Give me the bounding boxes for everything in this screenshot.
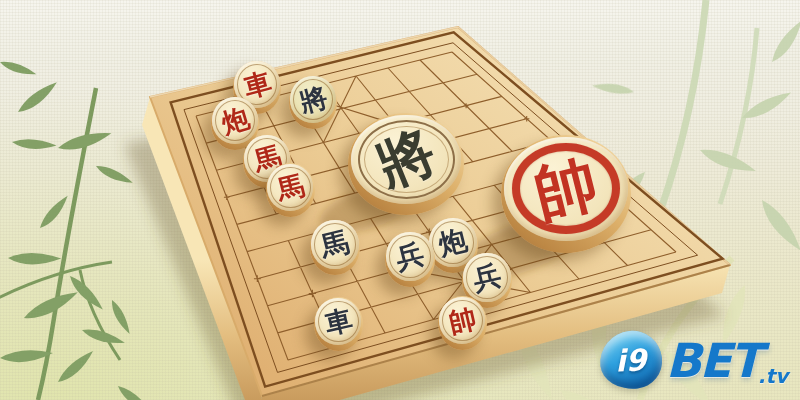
piece-ring: 帥 (442, 300, 483, 342)
piece-ring: 將 (293, 79, 333, 120)
banner: 車 將 炮 馬 將 馬 (0, 0, 800, 400)
piece-character: 炮 (218, 104, 252, 138)
piece-wood-rim: 馬 (310, 220, 360, 275)
piece-wood-rim: 將 (348, 113, 464, 215)
piece-wood-rim: 車 (314, 297, 363, 351)
logo-prefix: i9 (614, 342, 647, 379)
logo-name: BET (666, 333, 760, 388)
piece-character: 將 (296, 83, 329, 116)
piece-character: 帥 (446, 304, 478, 336)
piece-wood-rim: 兵 (385, 232, 435, 287)
logo-tld: .tv (758, 364, 788, 388)
piece-ring: 帥 (512, 143, 621, 234)
piece-black-general: 將 (289, 76, 337, 129)
piece-face: 馬 (311, 220, 359, 268)
piece-ring: 馬 (314, 223, 356, 266)
piece-face: 兵 (463, 253, 511, 301)
piece-ring: 將 (358, 120, 455, 199)
piece-wood-rim: 將 (289, 76, 337, 129)
piece-face: 將 (351, 115, 461, 205)
piece-giant-red-general: 帥 (501, 135, 631, 253)
piece-face: 帥 (504, 137, 628, 241)
piece-black-soldier-1: 兵 (385, 232, 435, 287)
piece-character: 帥 (528, 151, 603, 226)
piece-character: 車 (322, 305, 354, 337)
piece-face: 將 (290, 76, 336, 123)
logo-blob-icon: i9 (597, 328, 665, 392)
piece-face: 帥 (439, 297, 486, 345)
piece-red-horse-2: 馬 (266, 163, 315, 217)
piece-ring: 兵 (389, 235, 431, 278)
piece-character: 兵 (470, 261, 504, 295)
piece-ring: 馬 (270, 167, 311, 209)
piece-face: 兵 (386, 232, 434, 280)
piece-black-chariot: 車 (314, 297, 363, 351)
piece-wood-rim: 馬 (266, 163, 315, 217)
piece-red-general: 帥 (438, 296, 487, 350)
i9bet-logo[interactable]: i9 BET .tv (600, 324, 788, 396)
piece-giant-black-general: 將 (348, 113, 464, 215)
piece-face: 馬 (267, 164, 314, 212)
piece-character: 兵 (393, 240, 427, 274)
piece-black-horse: 馬 (310, 220, 360, 275)
piece-character: 馬 (318, 228, 352, 262)
piece-wood-rim: 帥 (438, 296, 487, 350)
piece-character: 將 (370, 123, 443, 196)
piece-character: 馬 (274, 171, 307, 204)
piece-ring: 兵 (466, 256, 508, 299)
piece-wood-rim: 帥 (501, 135, 631, 253)
piece-face: 車 (315, 298, 362, 346)
piece-ring: 車 (318, 301, 359, 343)
